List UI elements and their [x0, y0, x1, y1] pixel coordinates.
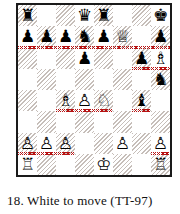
white-bishop: ♗ — [58, 92, 73, 109]
square-h3 — [151, 111, 170, 132]
chess-board-frame: ♜♛♜♚♟♟♟♞♟♕♟♟♟♗♞♗♙♘♝♙♙♙♙♙♖♔♖ — [16, 3, 172, 177]
square-g6: ♟ — [132, 48, 151, 69]
square-c3 — [56, 111, 75, 132]
square-a2: ♙ — [18, 133, 37, 154]
square-c4: ♗ — [56, 90, 75, 111]
black-pawn: ♟ — [20, 28, 35, 45]
black-king: ♚ — [153, 7, 168, 24]
black-pawn: ♟ — [58, 28, 73, 45]
square-d5 — [75, 69, 94, 90]
square-c8 — [56, 5, 75, 26]
square-f3 — [113, 111, 132, 132]
square-d1 — [75, 154, 94, 175]
square-c6 — [56, 48, 75, 69]
square-c7: ♟ — [56, 26, 75, 47]
square-g7 — [132, 26, 151, 47]
black-pawn: ♟ — [96, 28, 111, 45]
square-e7: ♟ — [94, 26, 113, 47]
square-h2: ♙ — [151, 133, 170, 154]
white-pawn: ♙ — [20, 134, 35, 151]
black-knight: ♞ — [77, 28, 92, 45]
square-a6 — [18, 48, 37, 69]
black-rook: ♜ — [20, 7, 35, 24]
square-g3 — [132, 111, 151, 132]
black-pawn: ♟ — [39, 28, 54, 45]
square-f8 — [113, 5, 132, 26]
spellcheck-squiggle-6 — [151, 152, 170, 155]
spellcheck-squiggle-1 — [18, 46, 170, 49]
square-c1 — [56, 154, 75, 175]
square-b1 — [37, 154, 56, 175]
black-pawn: ♟ — [134, 49, 149, 66]
black-pawn: ♟ — [77, 49, 92, 66]
square-g4: ♝ — [132, 90, 151, 111]
square-d4: ♙ — [75, 90, 94, 111]
square-e2 — [94, 133, 113, 154]
square-b4 — [37, 90, 56, 111]
white-bishop: ♗ — [153, 49, 168, 66]
square-a3 — [18, 111, 37, 132]
white-pawn: ♙ — [77, 92, 92, 109]
square-h8: ♚ — [151, 5, 170, 26]
square-f2: ♙ — [113, 133, 132, 154]
black-pawn: ♟ — [153, 28, 168, 45]
square-h7: ♟ — [151, 26, 170, 47]
square-f1 — [113, 154, 132, 175]
white-pawn: ♙ — [115, 134, 130, 151]
white-pawn: ♙ — [153, 134, 168, 151]
square-b7: ♟ — [37, 26, 56, 47]
square-e6 — [94, 48, 113, 69]
chess-diagram-page: ♜♛♜♚♟♟♟♞♟♕♟♟♟♗♞♗♙♘♝♙♙♙♙♙♖♔♖ 18. White to… — [0, 0, 180, 214]
square-e1: ♔ — [94, 154, 113, 175]
square-a5 — [18, 69, 37, 90]
square-b8 — [37, 5, 56, 26]
white-queen: ♕ — [115, 28, 130, 45]
square-d2 — [75, 133, 94, 154]
black-knight: ♞ — [153, 70, 168, 87]
square-c5 — [56, 69, 75, 90]
square-a8: ♜ — [18, 5, 37, 26]
spellcheck-squiggle-4 — [132, 109, 151, 112]
square-f6 — [113, 48, 132, 69]
square-b3 — [37, 111, 56, 132]
white-rook: ♖ — [153, 155, 168, 172]
square-a4 — [18, 90, 37, 111]
black-rook: ♜ — [96, 7, 111, 24]
square-h4 — [151, 90, 170, 111]
spellcheck-squiggle-3 — [56, 109, 113, 112]
square-g1 — [132, 154, 151, 175]
square-e4: ♘ — [94, 90, 113, 111]
square-a7: ♟ — [18, 26, 37, 47]
square-h5: ♞ — [151, 69, 170, 90]
square-d6: ♟ — [75, 48, 94, 69]
square-g8 — [132, 5, 151, 26]
black-bishop: ♝ — [134, 92, 149, 109]
white-pawn: ♙ — [39, 134, 54, 151]
white-pawn: ♙ — [58, 134, 73, 151]
square-e5 — [94, 69, 113, 90]
white-knight: ♘ — [96, 92, 111, 109]
square-d7: ♞ — [75, 26, 94, 47]
square-b2: ♙ — [37, 133, 56, 154]
spellcheck-squiggle-2 — [132, 67, 170, 70]
white-king: ♔ — [96, 155, 111, 172]
square-g2 — [132, 133, 151, 154]
square-g5 — [132, 69, 151, 90]
spellcheck-squiggle-5 — [18, 152, 75, 155]
square-d8: ♛ — [75, 5, 94, 26]
square-h6: ♗ — [151, 48, 170, 69]
black-queen: ♛ — [77, 7, 92, 24]
white-rook: ♖ — [20, 155, 35, 172]
square-b5 — [37, 69, 56, 90]
square-a1: ♖ — [18, 154, 37, 175]
square-d3 — [75, 111, 94, 132]
diagram-caption: 18. White to move (TT-97) — [7, 193, 152, 209]
square-c2: ♙ — [56, 133, 75, 154]
square-f7: ♕ — [113, 26, 132, 47]
square-h1: ♖ — [151, 154, 170, 175]
square-f5 — [113, 69, 132, 90]
chess-board: ♜♛♜♚♟♟♟♞♟♕♟♟♟♗♞♗♙♘♝♙♙♙♙♙♖♔♖ — [18, 5, 170, 175]
square-e3 — [94, 111, 113, 132]
square-f4 — [113, 90, 132, 111]
square-b6 — [37, 48, 56, 69]
square-e8: ♜ — [94, 5, 113, 26]
